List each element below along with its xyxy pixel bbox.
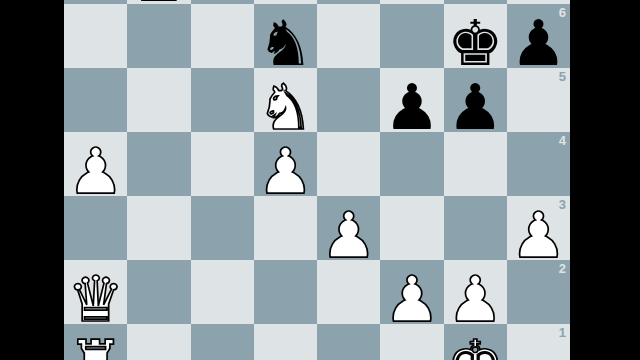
piece-wrap-g5: ♟ — [444, 68, 507, 132]
square-a3[interactable] — [64, 196, 127, 260]
rank-label-6: 6 — [559, 6, 566, 19]
square-g5[interactable]: ♟ — [444, 68, 507, 132]
square-c2[interactable] — [191, 260, 254, 324]
rank-label-2: 2 — [559, 262, 566, 275]
rank-label-1: 1 — [559, 326, 566, 339]
piece-white-pawn-e3[interactable]: ♟ — [320, 204, 376, 267]
square-h6[interactable]: ♟6 — [507, 4, 570, 68]
piece-wrap-a4: ♟ — [64, 132, 127, 196]
square-c5[interactable] — [191, 68, 254, 132]
square-f3[interactable] — [380, 196, 443, 260]
piece-white-knight-d5[interactable]: ♞ — [257, 76, 313, 139]
piece-wrap-f5: ♟ — [380, 68, 443, 132]
piece-wrap-a1: ♜ — [64, 324, 127, 360]
piece-black-knight-d6[interactable]: ♞ — [257, 12, 313, 75]
square-f6[interactable] — [380, 4, 443, 68]
square-e6[interactable] — [317, 4, 380, 68]
square-d5[interactable]: ♞ — [254, 68, 317, 132]
square-b6[interactable] — [127, 4, 190, 68]
piece-wrap-d6: ♞ — [254, 4, 317, 68]
piece-black-pawn-g5[interactable]: ♟ — [447, 76, 503, 139]
square-e3[interactable]: ♟ — [317, 196, 380, 260]
piece-wrap-d4: ♟ — [254, 132, 317, 196]
square-c3[interactable] — [191, 196, 254, 260]
square-e2[interactable] — [317, 260, 380, 324]
rank-label-3: 3 — [559, 198, 566, 211]
square-d2[interactable] — [254, 260, 317, 324]
square-g2[interactable]: ♟ — [444, 260, 507, 324]
piece-wrap-d5: ♞ — [254, 68, 317, 132]
piece-wrap-f2: ♟ — [380, 260, 443, 324]
piece-black-pawn-f5[interactable]: ♟ — [384, 76, 440, 139]
piece-white-pawn-f2[interactable]: ♟ — [384, 268, 440, 331]
piece-white-pawn-d4[interactable]: ♟ — [257, 140, 313, 203]
square-b1[interactable] — [127, 324, 190, 360]
square-e4[interactable] — [317, 132, 380, 196]
square-g4[interactable] — [444, 132, 507, 196]
piece-black-king-g6[interactable]: ♚ — [447, 12, 503, 75]
square-f2[interactable]: ♟ — [380, 260, 443, 324]
square-d3[interactable] — [254, 196, 317, 260]
piece-white-queen-a2[interactable]: ♛ — [67, 268, 123, 331]
square-c6[interactable] — [191, 4, 254, 68]
square-a4[interactable]: ♟ — [64, 132, 127, 196]
piece-wrap-a2: ♛ — [64, 260, 127, 324]
square-b3[interactable] — [127, 196, 190, 260]
square-f5[interactable]: ♟ — [380, 68, 443, 132]
screenshot-frame: ♜♞♚♟6♞♟♟5♟♟4♟♟3♛♟♟2♜♚1 — [0, 0, 640, 360]
square-d6[interactable]: ♞ — [254, 4, 317, 68]
letterbox-right — [570, 0, 640, 360]
square-d1[interactable] — [254, 324, 317, 360]
square-a2[interactable]: ♛ — [64, 260, 127, 324]
square-h2[interactable]: 2 — [507, 260, 570, 324]
piece-white-king-g1[interactable]: ♚ — [447, 332, 503, 360]
chess-board[interactable]: ♜♞♚♟6♞♟♟5♟♟4♟♟3♛♟♟2♜♚1 — [64, 0, 570, 360]
piece-wrap-g6: ♚ — [444, 4, 507, 68]
square-h1[interactable]: 1 — [507, 324, 570, 360]
square-b4[interactable] — [127, 132, 190, 196]
square-d4[interactable]: ♟ — [254, 132, 317, 196]
piece-white-pawn-a4[interactable]: ♟ — [67, 140, 123, 203]
square-h3[interactable]: ♟3 — [507, 196, 570, 260]
piece-white-rook-a1[interactable]: ♜ — [67, 332, 123, 360]
square-g3[interactable] — [444, 196, 507, 260]
square-b2[interactable] — [127, 260, 190, 324]
square-a1[interactable]: ♜ — [64, 324, 127, 360]
square-c1[interactable] — [191, 324, 254, 360]
piece-white-pawn-g2[interactable]: ♟ — [447, 268, 503, 331]
rank-label-5: 5 — [559, 70, 566, 83]
piece-black-pawn-h6[interactable]: ♟ — [510, 12, 566, 75]
square-h5[interactable]: 5 — [507, 68, 570, 132]
piece-white-pawn-h3[interactable]: ♟ — [510, 204, 566, 267]
square-e1[interactable] — [317, 324, 380, 360]
piece-wrap-g1: ♚ — [444, 324, 507, 360]
rank-label-4: 4 — [559, 134, 566, 147]
square-a5[interactable] — [64, 68, 127, 132]
square-a6[interactable] — [64, 4, 127, 68]
square-g1[interactable]: ♚ — [444, 324, 507, 360]
square-e5[interactable] — [317, 68, 380, 132]
piece-wrap-g2: ♟ — [444, 260, 507, 324]
square-b5[interactable] — [127, 68, 190, 132]
piece-wrap-e3: ♟ — [317, 196, 380, 260]
square-g6[interactable]: ♚ — [444, 4, 507, 68]
square-h4[interactable]: 4 — [507, 132, 570, 196]
square-f4[interactable] — [380, 132, 443, 196]
square-c4[interactable] — [191, 132, 254, 196]
square-f1[interactable] — [380, 324, 443, 360]
letterbox-left — [0, 0, 64, 360]
